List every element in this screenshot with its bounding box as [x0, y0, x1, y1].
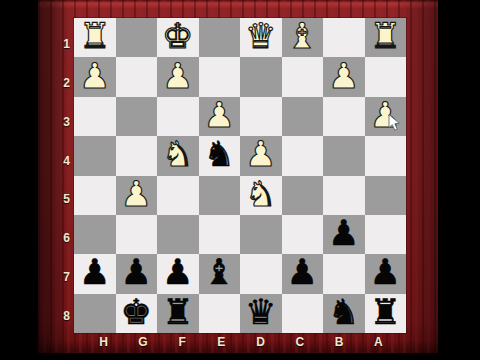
square-h6[interactable] [74, 215, 116, 254]
square-c2[interactable] [282, 57, 324, 96]
square-f7[interactable]: ♟ [157, 254, 199, 293]
square-c8[interactable] [282, 294, 324, 333]
square-f4[interactable]: ♞ [157, 136, 199, 175]
square-h8[interactable] [74, 294, 116, 333]
square-h2[interactable]: ♟ [74, 57, 116, 96]
piece-white-king: ♚ [162, 18, 193, 56]
piece-black-rook: ♜ [370, 294, 401, 332]
square-b5[interactable] [323, 176, 365, 215]
square-d3[interactable] [240, 97, 282, 136]
square-a8[interactable]: ♜ [365, 294, 407, 333]
file-label-b: B [320, 335, 359, 349]
rank-label-7: 7 [60, 258, 73, 297]
piece-black-bishop: ♝ [204, 254, 235, 292]
piece-white-knight: ♞ [245, 176, 276, 214]
file-label-a: A [359, 335, 398, 349]
file-label-f: F [163, 335, 202, 349]
mouse-cursor-icon [388, 114, 402, 132]
video-stage: 12345678 HGFEDCBA ♜♚♛♝♜♟♟♟♟♟♞♞♟♟♞♟♟♟♟♝♟♟… [0, 0, 480, 360]
piece-black-rook: ♜ [162, 294, 193, 332]
square-h4[interactable] [74, 136, 116, 175]
rank-label-4: 4 [60, 141, 73, 180]
square-h3[interactable] [74, 97, 116, 136]
square-e7[interactable]: ♝ [199, 254, 241, 293]
piece-white-pawn: ♟ [162, 57, 193, 95]
square-a7[interactable]: ♟ [365, 254, 407, 293]
piece-black-pawn: ♟ [162, 254, 193, 292]
square-f2[interactable]: ♟ [157, 57, 199, 96]
square-d7[interactable] [240, 254, 282, 293]
square-c5[interactable] [282, 176, 324, 215]
square-b6[interactable]: ♟ [323, 215, 365, 254]
piece-black-queen: ♛ [245, 294, 276, 332]
square-g6[interactable] [116, 215, 158, 254]
square-f5[interactable] [157, 176, 199, 215]
file-label-c: C [280, 335, 319, 349]
file-label-g: G [123, 335, 162, 349]
rank-label-1: 1 [60, 25, 73, 64]
square-e8[interactable] [199, 294, 241, 333]
square-e6[interactable] [199, 215, 241, 254]
square-f1[interactable]: ♚ [157, 18, 199, 57]
square-g4[interactable] [116, 136, 158, 175]
piece-black-pawn: ♟ [121, 254, 152, 292]
square-g3[interactable] [116, 97, 158, 136]
piece-white-rook: ♜ [79, 18, 110, 56]
square-c3[interactable] [282, 97, 324, 136]
square-e5[interactable] [199, 176, 241, 215]
piece-white-bishop: ♝ [287, 18, 318, 56]
piece-white-pawn: ♟ [121, 176, 152, 214]
chess-board: ♜♚♛♝♜♟♟♟♟♟♞♞♟♟♞♟♟♟♟♝♟♟♚♜♛♞♜ [74, 18, 406, 333]
square-d8[interactable]: ♛ [240, 294, 282, 333]
square-b8[interactable]: ♞ [323, 294, 365, 333]
square-e1[interactable] [199, 18, 241, 57]
square-d1[interactable]: ♛ [240, 18, 282, 57]
square-b1[interactable] [323, 18, 365, 57]
file-label-h: H [84, 335, 123, 349]
square-g1[interactable] [116, 18, 158, 57]
rank-labels: 12345678 [60, 25, 73, 335]
square-a1[interactable]: ♜ [365, 18, 407, 57]
piece-black-king: ♚ [121, 294, 152, 332]
square-b3[interactable] [323, 97, 365, 136]
square-f3[interactable] [157, 97, 199, 136]
square-c7[interactable]: ♟ [282, 254, 324, 293]
piece-black-pawn: ♟ [287, 254, 318, 292]
piece-black-knight: ♞ [204, 136, 235, 174]
piece-black-pawn: ♟ [370, 254, 401, 292]
square-c4[interactable] [282, 136, 324, 175]
rank-label-6: 6 [60, 219, 73, 258]
piece-white-pawn: ♟ [328, 57, 359, 95]
square-b7[interactable] [323, 254, 365, 293]
square-h7[interactable]: ♟ [74, 254, 116, 293]
rank-label-8: 8 [60, 296, 73, 335]
square-e2[interactable] [199, 57, 241, 96]
file-label-d: D [241, 335, 280, 349]
piece-black-pawn: ♟ [328, 215, 359, 253]
square-a6[interactable] [365, 215, 407, 254]
square-e3[interactable]: ♟ [199, 97, 241, 136]
square-c6[interactable] [282, 215, 324, 254]
square-a4[interactable] [365, 136, 407, 175]
square-g8[interactable]: ♚ [116, 294, 158, 333]
square-f6[interactable] [157, 215, 199, 254]
square-e4[interactable]: ♞ [199, 136, 241, 175]
piece-white-pawn: ♟ [204, 97, 235, 135]
piece-white-pawn: ♟ [79, 57, 110, 95]
square-g5[interactable]: ♟ [116, 176, 158, 215]
square-a5[interactable] [365, 176, 407, 215]
square-b4[interactable] [323, 136, 365, 175]
square-h1[interactable]: ♜ [74, 18, 116, 57]
square-a2[interactable] [365, 57, 407, 96]
file-labels: HGFEDCBA [84, 335, 398, 349]
square-g2[interactable] [116, 57, 158, 96]
square-d4[interactable]: ♟ [240, 136, 282, 175]
square-h5[interactable] [74, 176, 116, 215]
rank-label-2: 2 [60, 64, 73, 103]
square-d6[interactable] [240, 215, 282, 254]
square-f8[interactable]: ♜ [157, 294, 199, 333]
piece-black-pawn: ♟ [79, 254, 110, 292]
piece-black-knight: ♞ [328, 294, 359, 332]
square-d2[interactable] [240, 57, 282, 96]
rank-label-5: 5 [60, 180, 73, 219]
square-c1[interactable]: ♝ [282, 18, 324, 57]
file-label-e: E [202, 335, 241, 349]
piece-white-queen: ♛ [245, 18, 276, 56]
square-b2[interactable]: ♟ [323, 57, 365, 96]
piece-white-knight: ♞ [162, 136, 193, 174]
rank-label-3: 3 [60, 103, 73, 142]
piece-white-rook: ♜ [370, 18, 401, 56]
square-d5[interactable]: ♞ [240, 176, 282, 215]
piece-white-pawn: ♟ [245, 136, 276, 174]
square-g7[interactable]: ♟ [116, 254, 158, 293]
